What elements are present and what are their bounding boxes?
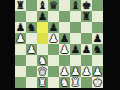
square-g2[interactable]: ♟ xyxy=(81,66,92,77)
square-a8[interactable]: ♜ xyxy=(15,0,26,11)
square-g1[interactable] xyxy=(81,77,92,88)
square-d8[interactable]: ♛ xyxy=(48,0,59,11)
piece-white-rook[interactable]: ♜ xyxy=(71,77,80,88)
square-b4[interactable]: ♟ xyxy=(26,44,37,55)
square-b8[interactable] xyxy=(26,0,37,11)
square-c1[interactable]: ♜ xyxy=(37,77,48,88)
square-h1[interactable]: ♚ xyxy=(92,77,103,88)
square-h4[interactable]: ♞ xyxy=(92,44,103,55)
square-d2[interactable] xyxy=(48,66,59,77)
square-h8[interactable] xyxy=(92,0,103,11)
piece-black-knight[interactable]: ♞ xyxy=(27,22,36,33)
chess-board: ♜♝♛♝♚♟♜♟♞♟♟♟♟♟♟♟♟♟♞♞♛♟♟♟♟♜♞♜♚ xyxy=(15,0,103,88)
square-e8[interactable] xyxy=(59,0,70,11)
square-d1[interactable] xyxy=(48,77,59,88)
square-g7[interactable]: ♜ xyxy=(81,11,92,22)
screenshot-background: ♜♝♛♝♚♟♜♟♞♟♟♟♟♟♟♟♟♟♞♞♛♟♟♟♟♜♞♜♚ xyxy=(0,0,120,90)
piece-white-pawn[interactable]: ♟ xyxy=(27,44,36,55)
square-h7[interactable] xyxy=(92,11,103,22)
square-e1[interactable]: ♞ xyxy=(59,77,70,88)
piece-black-knight[interactable]: ♞ xyxy=(93,44,102,55)
square-g4[interactable]: ♟ xyxy=(81,44,92,55)
piece-white-pawn[interactable]: ♟ xyxy=(49,33,58,44)
piece-black-rook[interactable]: ♜ xyxy=(16,0,25,11)
square-b2[interactable] xyxy=(26,66,37,77)
piece-white-pawn[interactable]: ♟ xyxy=(16,33,25,44)
piece-black-pawn[interactable]: ♟ xyxy=(38,11,47,22)
square-a4[interactable] xyxy=(15,44,26,55)
piece-white-pawn[interactable]: ♟ xyxy=(60,44,69,55)
piece-white-pawn[interactable]: ♟ xyxy=(82,66,91,77)
piece-black-queen[interactable]: ♛ xyxy=(49,0,58,11)
piece-black-pawn[interactable]: ♟ xyxy=(71,44,80,55)
square-e7[interactable] xyxy=(59,11,70,22)
square-f6[interactable] xyxy=(70,22,81,33)
piece-white-king[interactable]: ♚ xyxy=(93,77,102,88)
square-a2[interactable] xyxy=(15,66,26,77)
square-e4[interactable]: ♟ xyxy=(59,44,70,55)
square-f4[interactable]: ♟ xyxy=(70,44,81,55)
square-f8[interactable]: ♝ xyxy=(70,0,81,11)
square-g6[interactable] xyxy=(81,22,92,33)
square-c7[interactable]: ♟ xyxy=(37,11,48,22)
piece-white-rook[interactable]: ♜ xyxy=(38,77,47,88)
square-c5[interactable] xyxy=(37,33,48,44)
square-a3[interactable] xyxy=(15,55,26,66)
square-b1[interactable] xyxy=(26,77,37,88)
square-d5[interactable]: ♟ xyxy=(48,33,59,44)
square-b3[interactable] xyxy=(26,55,37,66)
piece-black-rook[interactable]: ♜ xyxy=(82,11,91,22)
square-c6[interactable] xyxy=(37,22,48,33)
square-d4[interactable] xyxy=(48,44,59,55)
square-f1[interactable]: ♜ xyxy=(70,77,81,88)
square-a5[interactable]: ♟ xyxy=(15,33,26,44)
piece-black-bishop[interactable]: ♝ xyxy=(71,0,80,11)
square-f7[interactable] xyxy=(70,11,81,22)
piece-black-pawn[interactable]: ♟ xyxy=(82,44,91,55)
square-a1[interactable] xyxy=(15,77,26,88)
square-b6[interactable]: ♞ xyxy=(26,22,37,33)
square-d3[interactable] xyxy=(48,55,59,66)
piece-white-knight[interactable]: ♞ xyxy=(60,77,69,88)
